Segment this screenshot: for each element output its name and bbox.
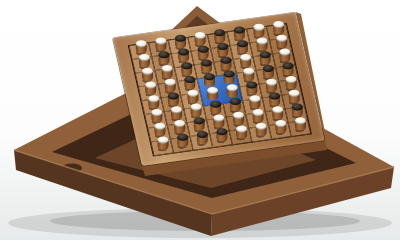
peg-black-glyph xyxy=(216,128,227,141)
peg-black-glyph xyxy=(214,29,225,42)
peg-white-glyph xyxy=(170,106,181,119)
peg-black-glyph xyxy=(200,60,211,73)
peg-white-glyph xyxy=(155,38,166,51)
peg-white-glyph xyxy=(276,35,287,48)
peg-white-glyph xyxy=(273,21,284,34)
peg-white-glyph xyxy=(135,40,146,53)
peg-black-glyph xyxy=(197,46,208,59)
peg-white-glyph xyxy=(252,109,263,122)
peg-white-glyph xyxy=(240,54,251,67)
peg-white-glyph xyxy=(226,84,237,97)
peg-black-glyph xyxy=(217,43,228,56)
peg-black-glyph xyxy=(233,27,244,40)
othello-board xyxy=(113,12,324,165)
peg-black-glyph xyxy=(193,117,204,130)
peg-white-glyph xyxy=(275,120,286,133)
peg-white-glyph xyxy=(236,126,247,139)
product-photo-scene xyxy=(0,0,400,240)
peg-white-glyph xyxy=(255,123,266,136)
peg-white-glyph xyxy=(145,82,156,95)
peg-white-glyph xyxy=(151,109,162,122)
peg-white-glyph xyxy=(249,95,260,108)
peg-white-glyph xyxy=(213,115,224,128)
peg-white-glyph xyxy=(164,79,175,92)
peg-black-glyph xyxy=(203,73,214,86)
peg-white-glyph xyxy=(148,95,159,108)
peg-black-glyph xyxy=(181,62,192,75)
peg-white-glyph xyxy=(141,68,152,81)
peg-white-glyph xyxy=(279,49,290,62)
peg-white-glyph xyxy=(265,79,276,92)
peg-black-glyph xyxy=(291,104,302,117)
peg-black-glyph xyxy=(262,65,273,78)
peg-black-glyph xyxy=(229,98,240,111)
peg-black-glyph xyxy=(269,93,280,106)
peg-black-glyph xyxy=(210,101,221,114)
peg-black-glyph xyxy=(158,51,169,64)
peg-white-glyph xyxy=(194,32,205,45)
peg-white-glyph xyxy=(243,68,254,81)
peg-white-glyph xyxy=(157,137,168,150)
peg-grid xyxy=(128,23,312,157)
peg-black-glyph xyxy=(259,51,270,64)
peg-black-glyph xyxy=(184,76,195,89)
peg-black-glyph xyxy=(282,62,293,75)
peg-white-glyph xyxy=(174,120,185,133)
peg-black-glyph xyxy=(236,40,247,53)
peg-black-glyph xyxy=(178,49,189,62)
peg-white-glyph xyxy=(288,90,299,103)
peg-white-glyph xyxy=(190,104,201,117)
peg-black-glyph xyxy=(223,71,234,84)
peg-white-glyph xyxy=(285,76,296,89)
peg-black-glyph xyxy=(177,134,188,147)
peg-white-glyph xyxy=(253,24,264,37)
peg-white-glyph xyxy=(272,106,283,119)
peg-white-glyph xyxy=(161,65,172,78)
peg-white-glyph xyxy=(207,87,218,100)
peg-black-glyph xyxy=(220,57,231,70)
peg-black-glyph xyxy=(196,131,207,144)
peg-white-glyph xyxy=(232,112,243,125)
peg-white-glyph xyxy=(138,54,149,67)
peg-black-glyph xyxy=(246,82,257,95)
peg-black-glyph xyxy=(174,35,185,48)
peg-white-glyph xyxy=(294,117,305,130)
peg-black-glyph xyxy=(167,93,178,106)
peg-white-glyph xyxy=(154,123,165,136)
peg-white-glyph xyxy=(256,38,267,51)
peg-white-glyph xyxy=(187,90,198,103)
